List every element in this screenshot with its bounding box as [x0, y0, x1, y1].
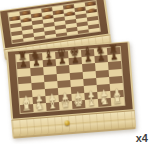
chess-piece-dark-n: ♞ — [95, 44, 106, 56]
chess-piece-dark-k: ♚ — [69, 46, 80, 58]
checkers-square — [23, 37, 34, 42]
chess-board-box: ♜♞♝♛♚♝♞♜♟♟♟♟♟♟♟♟♟♟♟♟♟♟♟♟♜♞♝♛♚♝♞♜ — [6, 41, 136, 138]
chess-square: ♜ — [111, 97, 125, 105]
product-photo: ♜♞♝♛♚♝♞♜♟♟♟♟♟♟♟♟♟♟♟♟♟♟♟♟♜♞♝♛♚♝♞♜ x4 — [0, 0, 150, 144]
checkers-square — [34, 35, 45, 40]
quantity-badge: x4 — [136, 132, 148, 144]
chess-board-frame: ♜♞♝♛♚♝♞♜♟♟♟♟♟♟♟♟♟♟♟♟♟♟♟♟♜♞♝♛♚♝♞♜ — [6, 41, 135, 119]
checkers-square — [78, 29, 89, 34]
clasp-knob — [64, 120, 69, 125]
chess-piece-dark-b: ♝ — [82, 45, 93, 57]
chess-square: ♜ — [20, 104, 34, 112]
checkers-square — [45, 34, 56, 39]
chess-square: ♚ — [72, 100, 86, 108]
chess-piece-dark-n: ♞ — [30, 49, 41, 61]
chess-piece-dark-r: ♜ — [108, 43, 119, 55]
checkers-square — [88, 27, 99, 32]
chess-piece-dark-b: ♝ — [43, 48, 54, 60]
chess-square: ♝ — [85, 99, 99, 107]
checkers-square — [12, 38, 23, 43]
chess-square: ♞ — [98, 98, 112, 106]
chess-square: ♛ — [59, 101, 73, 109]
chess-board-surface: ♜♞♝♛♚♝♞♜♟♟♟♟♟♟♟♟♟♟♟♟♟♟♟♟♜♞♝♛♚♝♞♜ — [16, 47, 124, 112]
chess-piece-dark-q: ♛ — [56, 47, 67, 59]
chess-square: ♝ — [46, 102, 60, 110]
checkers-square — [56, 32, 67, 37]
chess-piece-dark-r: ♜ — [17, 51, 28, 63]
checkers-square — [67, 30, 78, 35]
chess-square: ♞ — [33, 103, 47, 111]
